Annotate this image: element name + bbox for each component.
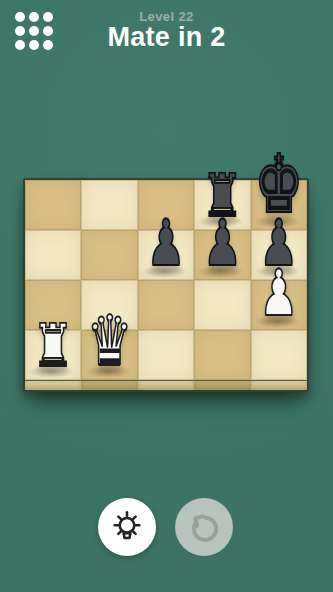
board-3d-edge xyxy=(25,380,307,390)
board-cell-r1c3[interactable]: ♟ xyxy=(194,230,250,280)
board-edge-segment xyxy=(251,381,307,390)
black-pawn[interactable]: ♟ xyxy=(146,211,185,275)
board-edge-segment xyxy=(81,381,137,390)
board-cell-r1c2[interactable]: ♟ xyxy=(138,230,194,280)
undo-arrow-icon xyxy=(186,509,222,545)
black-pawn[interactable]: ♟ xyxy=(203,211,242,275)
app-screen: Level 22 Mate in 2 ♜♚♟♟♟♟♜♛ xyxy=(0,0,333,592)
board-cell-r2c4[interactable]: ♟ xyxy=(251,280,307,330)
board-cell-r3c2[interactable] xyxy=(138,330,194,380)
board-cell-r0c1[interactable] xyxy=(81,180,137,230)
board-edge-segment xyxy=(194,381,250,390)
hint-button[interactable] xyxy=(98,498,156,556)
white-queen[interactable]: ♛ xyxy=(87,307,133,375)
white-pawn[interactable]: ♟ xyxy=(259,261,298,325)
board-cell-r3c1[interactable]: ♛ xyxy=(81,330,137,380)
board-cell-r1c0[interactable] xyxy=(25,230,81,280)
board-edge-segment xyxy=(25,381,81,390)
board-cell-r2c3[interactable] xyxy=(194,280,250,330)
undo-button[interactable] xyxy=(175,498,233,556)
page-title: Mate in 2 xyxy=(0,22,333,53)
white-rook[interactable]: ♜ xyxy=(32,316,74,375)
board-cell-r2c2[interactable] xyxy=(138,280,194,330)
board-cell-r3c3[interactable] xyxy=(194,330,250,380)
lightbulb-icon xyxy=(110,510,144,544)
board-cell-r3c0[interactable]: ♜ xyxy=(25,330,81,380)
board-squares: ♜♚♟♟♟♟♜♛ xyxy=(25,180,307,380)
board-cell-r0c0[interactable] xyxy=(25,180,81,230)
board-edge-segment xyxy=(138,381,194,390)
chess-board: ♜♚♟♟♟♟♜♛ xyxy=(23,178,309,392)
board-cell-r3c4[interactable] xyxy=(251,330,307,380)
board-cell-r1c1[interactable] xyxy=(81,230,137,280)
